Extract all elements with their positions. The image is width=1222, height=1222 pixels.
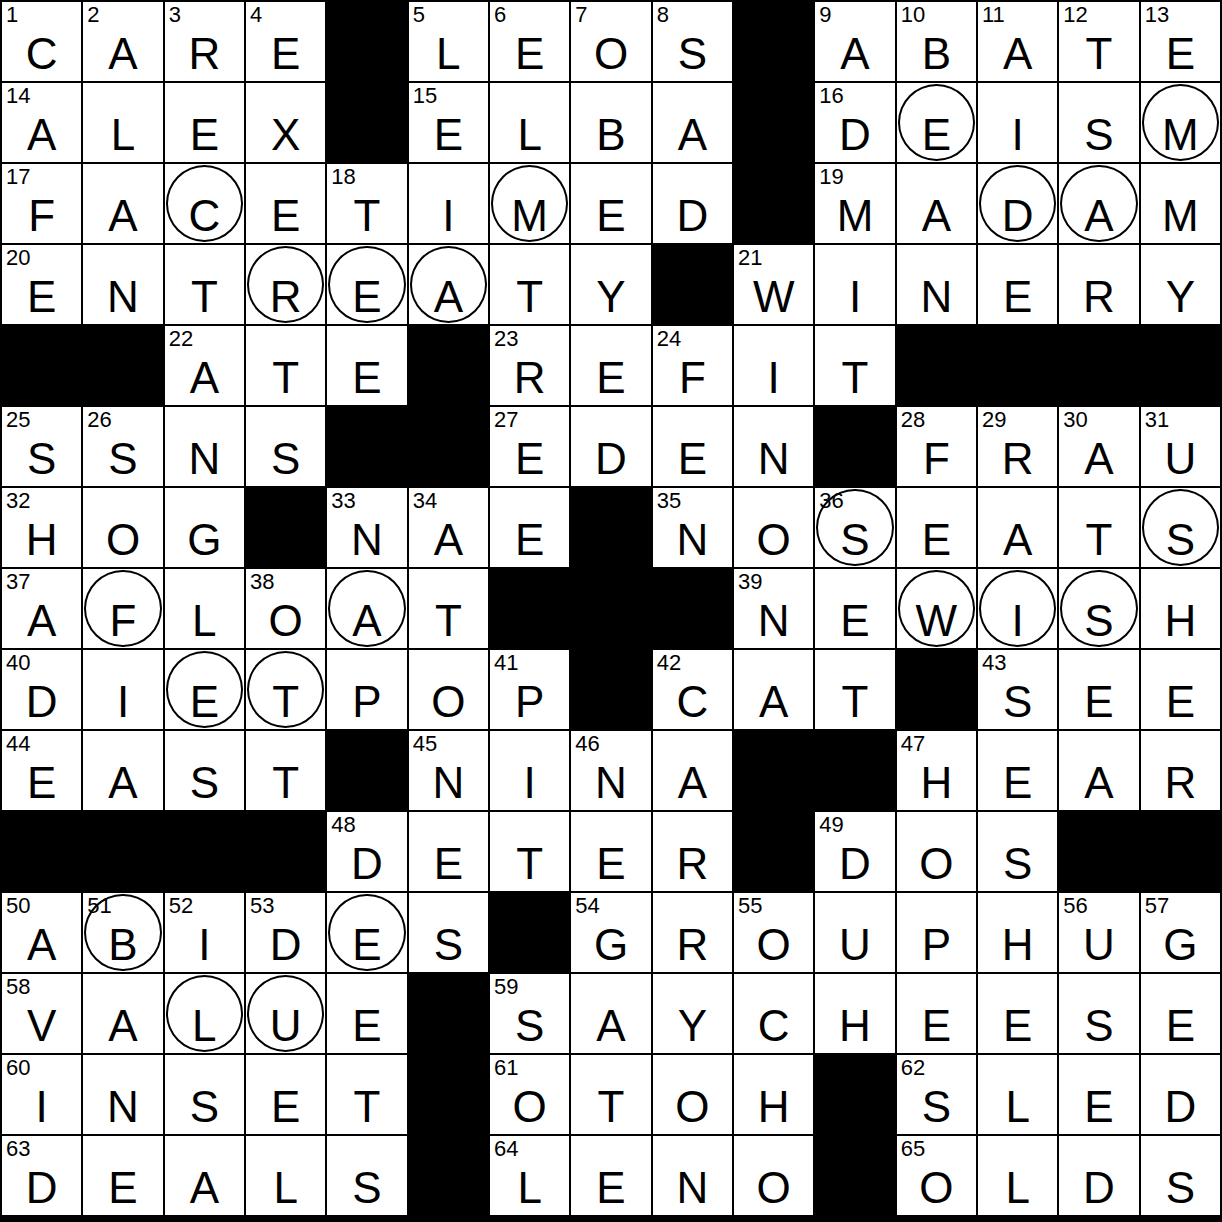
cell-r6-c15[interactable]: 31U	[1141, 407, 1220, 486]
cell-r11-c6[interactable]: E	[409, 812, 488, 891]
cell-letter: O	[653, 1085, 732, 1129]
cell-r2-c14[interactable]: S	[1059, 83, 1138, 162]
cell-r13-c8[interactable]: A	[571, 974, 650, 1053]
clue-number: 11	[982, 2, 1005, 27]
cell-r14-c10[interactable]: H	[734, 1055, 813, 1134]
cell-letter: H	[734, 1085, 813, 1129]
cell-r5-c3[interactable]: 22A	[165, 326, 244, 405]
cell-r10-c1[interactable]: 44E	[2, 731, 81, 810]
cell-r2-c4[interactable]: X	[246, 83, 325, 162]
block-r10-c5	[327, 731, 406, 810]
cell-r8-c14[interactable]: S	[1059, 569, 1138, 648]
clue-number: 25	[6, 407, 30, 432]
cell-r9-c2[interactable]: I	[83, 650, 162, 729]
cell-r12-c15[interactable]: 57G	[1141, 893, 1220, 972]
cell-r14-c4[interactable]: E	[246, 1055, 325, 1134]
cell-r7-c11[interactable]: 36S	[815, 488, 894, 567]
cell-r13-c7[interactable]: 59S	[490, 974, 569, 1053]
cell-r3-c12[interactable]: A	[897, 164, 976, 243]
cell-letter: E	[571, 842, 650, 886]
cell-r15-c15[interactable]: S	[1141, 1136, 1220, 1215]
cell-r6-c10[interactable]: N	[734, 407, 813, 486]
cell-r8-c4[interactable]: 38O	[246, 569, 325, 648]
cell-r12-c13[interactable]: H	[978, 893, 1057, 972]
cell-r15-c4[interactable]: L	[246, 1136, 325, 1215]
cell-letter: T	[327, 1085, 406, 1129]
cell-r10-c8[interactable]: 46N	[571, 731, 650, 810]
cell-r6-c1[interactable]: 25S	[2, 407, 81, 486]
cell-r9-c3[interactable]: E	[165, 650, 244, 729]
cell-r1-c1[interactable]: 1C	[2, 2, 81, 81]
cell-r2-c7[interactable]: L	[490, 83, 569, 162]
cell-r7-c12[interactable]: E	[897, 488, 976, 567]
cell-r13-c1[interactable]: 58V	[2, 974, 81, 1053]
cell-r7-c14[interactable]: T	[1059, 488, 1138, 567]
cell-r12-c1[interactable]: 50A	[2, 893, 81, 972]
cell-letter: S	[815, 518, 894, 562]
cell-r5-c11[interactable]: T	[815, 326, 894, 405]
cell-r7-c13[interactable]: A	[978, 488, 1057, 567]
cell-r15-c12[interactable]: 65O	[897, 1136, 976, 1215]
cell-letter: N	[165, 437, 244, 481]
cell-r2-c6[interactable]: 15E	[409, 83, 488, 162]
cell-r6-c4[interactable]: S	[246, 407, 325, 486]
clue-number: 37	[6, 569, 30, 594]
cell-letter: A	[409, 518, 488, 562]
cell-letter: R	[978, 437, 1057, 481]
cell-letter: L	[490, 113, 569, 157]
cell-r1-c9[interactable]: 8S	[653, 2, 732, 81]
cell-r4-c10[interactable]: 21W	[734, 245, 813, 324]
cell-r13-c12[interactable]: E	[897, 974, 976, 1053]
cell-r7-c10[interactable]: O	[734, 488, 813, 567]
cell-r5-c4[interactable]: T	[246, 326, 325, 405]
cell-r13-c5[interactable]: E	[327, 974, 406, 1053]
cell-r1-c15[interactable]: 13E	[1141, 2, 1220, 81]
cell-letter: E	[1059, 680, 1138, 724]
cell-letter: A	[2, 599, 81, 643]
cell-r12-c3[interactable]: 52I	[165, 893, 244, 972]
cell-r9-c1[interactable]: 40D	[2, 650, 81, 729]
cell-r9-c6[interactable]: O	[409, 650, 488, 729]
cell-r4-c2[interactable]: N	[83, 245, 162, 324]
cell-r3-c8[interactable]: E	[571, 164, 650, 243]
cell-letter: N	[653, 518, 732, 562]
cell-r3-c1[interactable]: 17F	[2, 164, 81, 243]
cell-r9-c10[interactable]: A	[734, 650, 813, 729]
cell-r5-c5[interactable]: E	[327, 326, 406, 405]
cell-letter: T	[490, 275, 569, 319]
cell-r2-c15[interactable]: M	[1141, 83, 1220, 162]
cell-r15-c8[interactable]: E	[571, 1136, 650, 1215]
cell-r2-c12[interactable]: E	[897, 83, 976, 162]
cell-r9-c7[interactable]: 41P	[490, 650, 569, 729]
clue-number: 46	[575, 731, 599, 756]
cell-r12-c4[interactable]: 53D	[246, 893, 325, 972]
cell-r12-c14[interactable]: 56U	[1059, 893, 1138, 972]
cell-r3-c13[interactable]: D	[978, 164, 1057, 243]
cell-r15-c9[interactable]: N	[653, 1136, 732, 1215]
block-r8-c7	[490, 569, 569, 648]
cell-letter: G	[1141, 923, 1220, 967]
cell-r14-c5[interactable]: T	[327, 1055, 406, 1134]
clue-number: 49	[819, 812, 843, 837]
cell-letter: U	[1059, 923, 1138, 967]
cell-r7-c1[interactable]: 32H	[2, 488, 81, 567]
cell-r6-c2[interactable]: 26S	[83, 407, 162, 486]
cell-r12-c11[interactable]: U	[815, 893, 894, 972]
cell-letter: G	[165, 518, 244, 562]
cell-letter: E	[571, 194, 650, 238]
cell-r12-c10[interactable]: 55O	[734, 893, 813, 972]
cell-r13-c11[interactable]: H	[815, 974, 894, 1053]
cell-r1-c6[interactable]: 5L	[409, 2, 488, 81]
cell-letter: L	[246, 1166, 325, 1210]
cell-r10-c14[interactable]: A	[1059, 731, 1138, 810]
cell-r3-c9[interactable]: D	[653, 164, 732, 243]
cell-letter: A	[978, 518, 1057, 562]
cell-letter: T	[1059, 518, 1138, 562]
cell-r11-c9[interactable]: R	[653, 812, 732, 891]
cell-r6-c14[interactable]: 30A	[1059, 407, 1138, 486]
cell-r12-c2[interactable]: 51B	[83, 893, 162, 972]
cell-r15-c7[interactable]: 64L	[490, 1136, 569, 1215]
cell-letter: D	[327, 842, 406, 886]
cell-r8-c12[interactable]: W	[897, 569, 976, 648]
block-r6-c5	[327, 407, 406, 486]
cell-r11-c12[interactable]: O	[897, 812, 976, 891]
cell-r9-c4[interactable]: T	[246, 650, 325, 729]
cell-r8-c1[interactable]: 37A	[2, 569, 81, 648]
cell-letter: I	[83, 680, 162, 724]
cell-r11-c8[interactable]: E	[571, 812, 650, 891]
cell-r2-c8[interactable]: B	[571, 83, 650, 162]
clue-number: 8	[657, 2, 669, 27]
cell-letter: S	[1059, 1004, 1138, 1048]
clue-number: 61	[494, 1055, 518, 1080]
cell-r1-c12[interactable]: 10B	[897, 2, 976, 81]
cell-r3-c5[interactable]: 18T	[327, 164, 406, 243]
clue-number: 63	[6, 1136, 30, 1161]
cell-r11-c11[interactable]: 49D	[815, 812, 894, 891]
cell-r1-c7[interactable]: 6E	[490, 2, 569, 81]
cell-r10-c3[interactable]: S	[165, 731, 244, 810]
cell-r5-c7[interactable]: 23R	[490, 326, 569, 405]
block-r5-c13	[978, 326, 1057, 405]
cell-r14-c2[interactable]: N	[83, 1055, 162, 1134]
cell-r8-c3[interactable]: L	[165, 569, 244, 648]
cell-letter: U	[1141, 437, 1220, 481]
clue-number: 14	[6, 83, 30, 108]
cell-letter: A	[165, 1166, 244, 1210]
block-r9-c8	[571, 650, 650, 729]
cell-letter: E	[165, 113, 244, 157]
cell-letter: P	[897, 923, 976, 967]
cell-r3-c7[interactable]: M	[490, 164, 569, 243]
cell-r13-c15[interactable]: E	[1141, 974, 1220, 1053]
cell-letter: D	[2, 680, 81, 724]
cell-r5-c8[interactable]: E	[571, 326, 650, 405]
cell-letter: T	[246, 680, 325, 724]
cell-letter: E	[246, 194, 325, 238]
block-r13-c6	[409, 974, 488, 1053]
cell-r11-c7[interactable]: T	[490, 812, 569, 891]
cell-letter: A	[409, 275, 488, 319]
cell-letter: A	[978, 32, 1057, 76]
block-r11-c10	[734, 812, 813, 891]
cell-r1-c14[interactable]: 12T	[1059, 2, 1138, 81]
cell-r9-c5[interactable]: P	[327, 650, 406, 729]
block-r2-c5	[327, 83, 406, 162]
cell-r10-c12[interactable]: 47H	[897, 731, 976, 810]
cell-letter: V	[2, 1004, 81, 1048]
cell-r7-c2[interactable]: O	[83, 488, 162, 567]
cell-r2-c9[interactable]: A	[653, 83, 732, 162]
cell-r10-c4[interactable]: T	[246, 731, 325, 810]
cell-letter: N	[653, 1166, 732, 1210]
cell-r2-c13[interactable]: I	[978, 83, 1057, 162]
cell-r4-c14[interactable]: R	[1059, 245, 1138, 324]
cell-letter: P	[490, 680, 569, 724]
cell-r13-c10[interactable]: C	[734, 974, 813, 1053]
cell-r3-c6[interactable]: I	[409, 164, 488, 243]
cell-letter: S	[2, 437, 81, 481]
cell-r7-c15[interactable]: S	[1141, 488, 1220, 567]
cell-r10-c6[interactable]: 45N	[409, 731, 488, 810]
cell-r8-c6[interactable]: T	[409, 569, 488, 648]
block-r1-c10	[734, 2, 813, 81]
cell-letter: O	[897, 842, 976, 886]
cell-letter: R	[490, 356, 569, 400]
cell-r6-c12[interactable]: 28F	[897, 407, 976, 486]
cell-letter: A	[2, 923, 81, 967]
cell-r14-c7[interactable]: 61O	[490, 1055, 569, 1134]
cell-letter: P	[327, 680, 406, 724]
cell-r13-c9[interactable]: Y	[653, 974, 732, 1053]
cell-r11-c5[interactable]: 48D	[327, 812, 406, 891]
cell-r10-c13[interactable]: E	[978, 731, 1057, 810]
cell-letter: E	[490, 437, 569, 481]
cell-r13-c4[interactable]: U	[246, 974, 325, 1053]
cell-letter: M	[1141, 194, 1220, 238]
cell-r12-c5[interactable]: E	[327, 893, 406, 972]
cell-r1-c2[interactable]: 2A	[83, 2, 162, 81]
cell-r3-c15[interactable]: M	[1141, 164, 1220, 243]
cell-r4-c1[interactable]: 20E	[2, 245, 81, 324]
cell-r15-c2[interactable]: E	[83, 1136, 162, 1215]
cell-letter: T	[409, 599, 488, 643]
cell-r1-c13[interactable]: 11A	[978, 2, 1057, 81]
cell-letter: E	[897, 1004, 976, 1048]
cell-r9-c15[interactable]: E	[1141, 650, 1220, 729]
cell-r5-c9[interactable]: 24F	[653, 326, 732, 405]
cell-r9-c13[interactable]: 43S	[978, 650, 1057, 729]
cell-r8-c13[interactable]: I	[978, 569, 1057, 648]
block-r15-c11	[815, 1136, 894, 1215]
cell-r4-c11[interactable]: I	[815, 245, 894, 324]
cell-r14-c1[interactable]: 60I	[2, 1055, 81, 1134]
cell-r6-c8[interactable]: D	[571, 407, 650, 486]
cell-r12-c12[interactable]: P	[897, 893, 976, 972]
cell-r15-c5[interactable]: S	[327, 1136, 406, 1215]
cell-letter: R	[246, 275, 325, 319]
cell-r9-c14[interactable]: E	[1059, 650, 1138, 729]
cell-r8-c11[interactable]: E	[815, 569, 894, 648]
clue-number: 7	[575, 2, 587, 27]
cell-letter: D	[571, 437, 650, 481]
cell-r4-c6[interactable]: A	[409, 245, 488, 324]
clue-number: 38	[250, 569, 274, 594]
cell-letter: E	[165, 680, 244, 724]
cell-letter: Y	[1141, 275, 1220, 319]
cell-r14-c13[interactable]: L	[978, 1055, 1057, 1134]
cell-letter: D	[978, 194, 1057, 238]
cell-r1-c3[interactable]: 3R	[165, 2, 244, 81]
cell-r15-c10[interactable]: O	[734, 1136, 813, 1215]
cell-r4-c5[interactable]: E	[327, 245, 406, 324]
clue-number: 22	[169, 326, 193, 351]
clue-number: 6	[494, 2, 506, 27]
clue-number: 44	[6, 731, 30, 756]
cell-r13-c13[interactable]: E	[978, 974, 1057, 1053]
cell-r6-c7[interactable]: 27E	[490, 407, 569, 486]
cell-r15-c13[interactable]: L	[978, 1136, 1057, 1215]
cell-r2-c1[interactable]: 14A	[2, 83, 81, 162]
cell-letter: C	[653, 680, 732, 724]
cell-r9-c11[interactable]: T	[815, 650, 894, 729]
cell-r13-c2[interactable]: A	[83, 974, 162, 1053]
clue-number: 48	[331, 812, 355, 837]
cell-letter: R	[1059, 275, 1138, 319]
cell-r7-c9[interactable]: 35N	[653, 488, 732, 567]
cell-r10-c2[interactable]: A	[83, 731, 162, 810]
cell-r7-c6[interactable]: 34A	[409, 488, 488, 567]
cell-r14-c15[interactable]: D	[1141, 1055, 1220, 1134]
cell-r14-c14[interactable]: E	[1059, 1055, 1138, 1134]
block-r5-c15	[1141, 326, 1220, 405]
cell-letter: M	[1141, 113, 1220, 157]
cell-letter: T	[165, 275, 244, 319]
cell-r14-c12[interactable]: 62S	[897, 1055, 976, 1134]
cell-r1-c11[interactable]: 9A	[815, 2, 894, 81]
cell-letter: S	[490, 1004, 569, 1048]
cell-r14-c3[interactable]: S	[165, 1055, 244, 1134]
cell-r15-c3[interactable]: A	[165, 1136, 244, 1215]
cell-letter: C	[2, 32, 81, 76]
cell-r3-c2[interactable]: A	[83, 164, 162, 243]
block-r5-c2	[83, 326, 162, 405]
cell-r8-c15[interactable]: H	[1141, 569, 1220, 648]
cell-letter: O	[490, 1085, 569, 1129]
clue-number: 12	[1063, 2, 1087, 27]
cell-r9-c9[interactable]: 42C	[653, 650, 732, 729]
cell-r3-c4[interactable]: E	[246, 164, 325, 243]
cell-r3-c14[interactable]: A	[1059, 164, 1138, 243]
cell-letter: O	[897, 1166, 976, 1210]
clue-number: 60	[6, 1055, 30, 1080]
cell-letter: O	[734, 923, 813, 967]
cell-r4-c12[interactable]: N	[897, 245, 976, 324]
cell-r13-c14[interactable]: S	[1059, 974, 1138, 1053]
cell-letter: B	[897, 32, 976, 76]
cell-r8-c2[interactable]: F	[83, 569, 162, 648]
cell-r4-c4[interactable]: R	[246, 245, 325, 324]
cell-r12-c9[interactable]: R	[653, 893, 732, 972]
cell-r14-c8[interactable]: T	[571, 1055, 650, 1134]
cell-r8-c10[interactable]: 39N	[734, 569, 813, 648]
cell-letter: E	[897, 518, 976, 562]
clue-number: 54	[575, 893, 599, 918]
cell-r4-c15[interactable]: Y	[1141, 245, 1220, 324]
clue-number: 35	[657, 488, 681, 513]
cell-r4-c13[interactable]: E	[978, 245, 1057, 324]
clue-number: 55	[738, 893, 762, 918]
cell-r5-c10[interactable]: I	[734, 326, 813, 405]
cell-letter: A	[1059, 437, 1138, 481]
cell-r1-c4[interactable]: 4E	[246, 2, 325, 81]
cell-letter: E	[653, 437, 732, 481]
cell-letter: I	[734, 356, 813, 400]
cell-r10-c15[interactable]: R	[1141, 731, 1220, 810]
cell-r6-c13[interactable]: 29R	[978, 407, 1057, 486]
cell-r2-c2[interactable]: L	[83, 83, 162, 162]
block-r11-c4	[246, 812, 325, 891]
cell-letter: E	[978, 275, 1057, 319]
cell-r13-c3[interactable]: L	[165, 974, 244, 1053]
clue-number: 50	[6, 893, 30, 918]
cell-letter: L	[978, 1166, 1057, 1210]
cell-letter: B	[571, 113, 650, 157]
cell-letter: E	[409, 113, 488, 157]
clue-number: 24	[657, 326, 681, 351]
cell-letter: E	[490, 518, 569, 562]
cell-r4-c8[interactable]: Y	[571, 245, 650, 324]
cell-letter: L	[165, 1004, 244, 1048]
clue-number: 33	[331, 488, 355, 513]
cell-letter: H	[897, 761, 976, 805]
cell-r10-c7[interactable]: I	[490, 731, 569, 810]
clue-number: 53	[250, 893, 274, 918]
cell-r7-c7[interactable]: E	[490, 488, 569, 567]
cell-r2-c3[interactable]: E	[165, 83, 244, 162]
cell-r2-c11[interactable]: 16D	[815, 83, 894, 162]
cell-r6-c9[interactable]: E	[653, 407, 732, 486]
cell-r6-c3[interactable]: N	[165, 407, 244, 486]
cell-r15-c1[interactable]: 63D	[2, 1136, 81, 1215]
cell-letter: L	[83, 113, 162, 157]
clue-number: 65	[901, 1136, 925, 1161]
cell-r7-c3[interactable]: G	[165, 488, 244, 567]
cell-r15-c14[interactable]: D	[1059, 1136, 1138, 1215]
cell-letter: G	[571, 923, 650, 967]
clue-number: 64	[494, 1136, 518, 1161]
cell-r12-c6[interactable]: S	[409, 893, 488, 972]
cell-r14-c9[interactable]: O	[653, 1055, 732, 1134]
cell-r1-c8[interactable]: 7O	[571, 2, 650, 81]
cell-r10-c9[interactable]: A	[653, 731, 732, 810]
cell-r4-c3[interactable]: T	[165, 245, 244, 324]
cell-r12-c8[interactable]: 54G	[571, 893, 650, 972]
cell-r3-c11[interactable]: 19M	[815, 164, 894, 243]
cell-letter: A	[83, 1004, 162, 1048]
cell-r8-c5[interactable]: A	[327, 569, 406, 648]
cell-r11-c13[interactable]: S	[978, 812, 1057, 891]
block-r1-c5	[327, 2, 406, 81]
cell-r7-c5[interactable]: 33N	[327, 488, 406, 567]
cell-r3-c3[interactable]: C	[165, 164, 244, 243]
cell-r4-c7[interactable]: T	[490, 245, 569, 324]
cell-letter: B	[83, 923, 162, 967]
